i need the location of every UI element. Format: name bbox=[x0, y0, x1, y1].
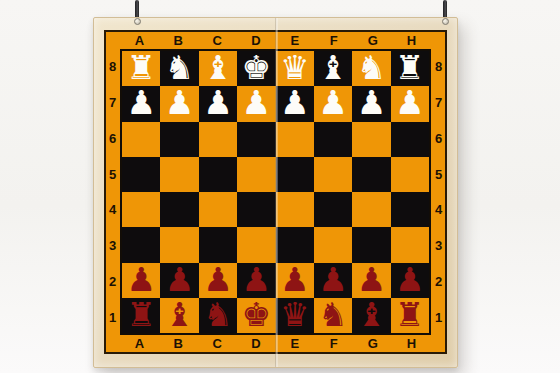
photo-background-wall: ABCDEFGH ABCDEFGH 87654321 87654321 ♜♞♝♚… bbox=[0, 0, 560, 373]
file-label-top-d: D bbox=[237, 33, 276, 48]
piece-red-pawn: ♟ bbox=[242, 263, 272, 296]
square-f1: ♞ bbox=[314, 298, 352, 333]
file-label-bottom-b: B bbox=[159, 336, 198, 351]
file-label-top-g: G bbox=[353, 33, 392, 48]
square-e6 bbox=[276, 122, 314, 157]
file-label-top-e: E bbox=[276, 33, 315, 48]
square-g5 bbox=[352, 157, 390, 192]
square-c2: ♟ bbox=[199, 263, 237, 298]
piece-white-pawn: ♟ bbox=[280, 86, 310, 119]
square-b3 bbox=[160, 227, 198, 262]
rank-label-left-7: 7 bbox=[106, 85, 119, 121]
square-c3 bbox=[199, 227, 237, 262]
file-label-bottom-e: E bbox=[276, 336, 315, 351]
piece-red-knight: ♞ bbox=[318, 298, 348, 331]
square-e3 bbox=[276, 227, 314, 262]
piece-white-king: ♚ bbox=[242, 51, 272, 84]
square-e5 bbox=[276, 157, 314, 192]
piece-red-bishop: ♝ bbox=[357, 298, 387, 331]
square-a1: ♜ bbox=[122, 298, 160, 333]
square-d7: ♟ bbox=[237, 86, 275, 121]
piece-white-bishop: ♝ bbox=[203, 51, 233, 84]
square-b7: ♟ bbox=[160, 86, 198, 121]
square-f2: ♟ bbox=[314, 263, 352, 298]
square-e1: ♛ bbox=[276, 298, 314, 333]
square-f7: ♟ bbox=[314, 86, 352, 121]
square-e4 bbox=[276, 192, 314, 227]
file-label-bottom-f: F bbox=[314, 336, 353, 351]
rank-label-right-3: 3 bbox=[432, 228, 445, 264]
rank-label-left-4: 4 bbox=[106, 192, 119, 228]
chess-board: ♜♞♝♚♛♝♞♜♟♟♟♟♟♟♟♟♟♟♟♟♟♟♟♟♜♝♞♚♛♞♝♜ bbox=[120, 49, 431, 335]
square-a6 bbox=[122, 122, 160, 157]
square-c1: ♞ bbox=[199, 298, 237, 333]
square-e2: ♟ bbox=[276, 263, 314, 298]
file-label-top-a: A bbox=[120, 33, 159, 48]
square-d3 bbox=[237, 227, 275, 262]
square-g6 bbox=[352, 122, 390, 157]
piece-white-pawn: ♟ bbox=[357, 86, 387, 119]
piece-red-pawn: ♟ bbox=[280, 263, 310, 296]
pin-right-icon bbox=[442, 18, 449, 25]
square-g8: ♞ bbox=[352, 51, 390, 86]
square-a7: ♟ bbox=[122, 86, 160, 121]
rank-label-left-2: 2 bbox=[106, 264, 119, 300]
square-h6 bbox=[391, 122, 429, 157]
square-h1: ♜ bbox=[391, 298, 429, 333]
piece-white-knight: ♞ bbox=[357, 51, 387, 84]
piece-white-pawn: ♟ bbox=[165, 86, 195, 119]
square-f3 bbox=[314, 227, 352, 262]
piece-white-bishop: ♝ bbox=[318, 51, 348, 84]
square-d4 bbox=[237, 192, 275, 227]
file-labels-top: ABCDEFGH bbox=[120, 33, 431, 48]
square-g1: ♝ bbox=[352, 298, 390, 333]
piece-white-knight: ♞ bbox=[165, 51, 195, 84]
file-label-top-f: F bbox=[314, 33, 353, 48]
square-b2: ♟ bbox=[160, 263, 198, 298]
piece-white-pawn: ♟ bbox=[203, 86, 233, 119]
rank-labels-right: 87654321 bbox=[432, 49, 445, 335]
square-d1: ♚ bbox=[237, 298, 275, 333]
square-a2: ♟ bbox=[122, 263, 160, 298]
square-b5 bbox=[160, 157, 198, 192]
rank-label-right-6: 6 bbox=[432, 121, 445, 157]
square-d8: ♚ bbox=[237, 51, 275, 86]
pin-left-icon bbox=[134, 18, 141, 25]
square-f4 bbox=[314, 192, 352, 227]
board-mat: ABCDEFGH ABCDEFGH 87654321 87654321 ♜♞♝♚… bbox=[104, 30, 447, 354]
piece-red-pawn: ♟ bbox=[203, 263, 233, 296]
square-c7: ♟ bbox=[199, 86, 237, 121]
piece-white-pawn: ♟ bbox=[242, 86, 272, 119]
square-d2: ♟ bbox=[237, 263, 275, 298]
file-label-bottom-h: H bbox=[392, 336, 431, 351]
rank-label-left-8: 8 bbox=[106, 49, 119, 85]
square-g3 bbox=[352, 227, 390, 262]
rank-label-left-3: 3 bbox=[106, 228, 119, 264]
piece-red-pawn: ♟ bbox=[395, 263, 425, 296]
square-h5 bbox=[391, 157, 429, 192]
square-b6 bbox=[160, 122, 198, 157]
file-label-bottom-g: G bbox=[353, 336, 392, 351]
rank-label-right-1: 1 bbox=[432, 299, 445, 335]
file-labels-bottom: ABCDEFGH bbox=[120, 336, 431, 351]
piece-red-bishop: ♝ bbox=[165, 298, 195, 331]
rank-labels-left: 87654321 bbox=[106, 49, 119, 335]
piece-red-rook: ♜ bbox=[126, 298, 156, 331]
square-g7: ♟ bbox=[352, 86, 390, 121]
file-label-top-b: B bbox=[159, 33, 198, 48]
square-c5 bbox=[199, 157, 237, 192]
square-b4 bbox=[160, 192, 198, 227]
file-label-bottom-a: A bbox=[120, 336, 159, 351]
square-g4 bbox=[352, 192, 390, 227]
square-c8: ♝ bbox=[199, 51, 237, 86]
square-h7: ♟ bbox=[391, 86, 429, 121]
rank-label-right-7: 7 bbox=[432, 85, 445, 121]
square-h8: ♜ bbox=[391, 51, 429, 86]
rank-label-left-1: 1 bbox=[106, 299, 119, 335]
file-label-top-c: C bbox=[198, 33, 237, 48]
piece-white-rook: ♜ bbox=[395, 51, 425, 84]
rank-label-right-2: 2 bbox=[432, 264, 445, 300]
piece-red-knight: ♞ bbox=[203, 298, 233, 331]
rank-label-left-6: 6 bbox=[106, 121, 119, 157]
square-b8: ♞ bbox=[160, 51, 198, 86]
square-b1: ♝ bbox=[160, 298, 198, 333]
piece-white-pawn: ♟ bbox=[126, 86, 156, 119]
rank-label-left-5: 5 bbox=[106, 156, 119, 192]
square-e7: ♟ bbox=[276, 86, 314, 121]
piece-white-pawn: ♟ bbox=[395, 86, 425, 119]
square-h3 bbox=[391, 227, 429, 262]
square-c4 bbox=[199, 192, 237, 227]
piece-white-pawn: ♟ bbox=[318, 86, 348, 119]
square-c6 bbox=[199, 122, 237, 157]
rank-label-right-4: 4 bbox=[432, 192, 445, 228]
square-g2: ♟ bbox=[352, 263, 390, 298]
square-a4 bbox=[122, 192, 160, 227]
piece-red-pawn: ♟ bbox=[165, 263, 195, 296]
square-h2: ♟ bbox=[391, 263, 429, 298]
piece-red-pawn: ♟ bbox=[126, 263, 156, 296]
piece-red-king: ♚ bbox=[242, 298, 272, 331]
square-h4 bbox=[391, 192, 429, 227]
square-a3 bbox=[122, 227, 160, 262]
square-a8: ♜ bbox=[122, 51, 160, 86]
piece-red-pawn: ♟ bbox=[318, 263, 348, 296]
square-e8: ♛ bbox=[276, 51, 314, 86]
rank-label-right-8: 8 bbox=[432, 49, 445, 85]
square-f8: ♝ bbox=[314, 51, 352, 86]
file-label-bottom-c: C bbox=[198, 336, 237, 351]
piece-white-rook: ♜ bbox=[126, 51, 156, 84]
board-wooden-frame: ABCDEFGH ABCDEFGH 87654321 87654321 ♜♞♝♚… bbox=[93, 17, 458, 368]
piece-red-rook: ♜ bbox=[395, 298, 425, 331]
piece-red-queen: ♛ bbox=[280, 298, 310, 331]
piece-red-pawn: ♟ bbox=[357, 263, 387, 296]
file-label-bottom-d: D bbox=[237, 336, 276, 351]
square-f6 bbox=[314, 122, 352, 157]
square-f5 bbox=[314, 157, 352, 192]
square-d5 bbox=[237, 157, 275, 192]
rank-label-right-5: 5 bbox=[432, 156, 445, 192]
file-label-top-h: H bbox=[392, 33, 431, 48]
square-d6 bbox=[237, 122, 275, 157]
square-a5 bbox=[122, 157, 160, 192]
piece-white-queen: ♛ bbox=[280, 51, 310, 84]
